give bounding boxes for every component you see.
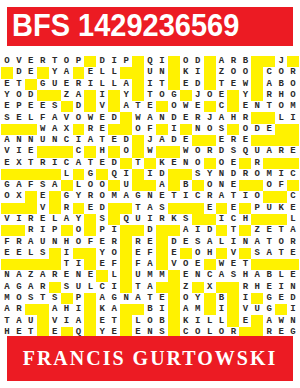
letter-cell: N xyxy=(156,112,168,123)
letter-cell: A xyxy=(49,112,61,123)
letter-cell: G xyxy=(37,79,49,90)
blocked-cell xyxy=(251,180,263,191)
letter-cell: W xyxy=(37,124,49,135)
letter-cell: H xyxy=(204,248,216,259)
letter-cell: A xyxy=(263,248,275,259)
letter-cell: E xyxy=(168,158,180,169)
blocked-cell xyxy=(120,158,132,169)
blocked-cell xyxy=(49,259,61,270)
blocked-cell xyxy=(37,146,49,157)
blocked-cell xyxy=(204,293,216,304)
letter-cell: H xyxy=(239,270,251,281)
letter-cell: F xyxy=(1,236,13,247)
letter-cell: A xyxy=(216,191,228,202)
letter-cell: E xyxy=(96,236,108,247)
blocked-cell xyxy=(144,158,156,169)
letter-cell: X xyxy=(61,124,73,135)
letter-cell: R xyxy=(37,56,49,67)
letter-cell: C xyxy=(227,214,239,225)
blocked-cell xyxy=(168,293,180,304)
letter-cell: O xyxy=(192,158,204,169)
letter-cell: I xyxy=(73,135,85,146)
blocked-cell xyxy=(227,124,239,135)
letter-cell: E xyxy=(239,135,251,146)
letter-cell: C xyxy=(192,191,204,202)
blocked-cell xyxy=(156,248,168,259)
letter-cell: A xyxy=(49,180,61,191)
letter-cell: E xyxy=(239,101,251,112)
letter-cell: V xyxy=(96,101,108,112)
blocked-cell xyxy=(216,203,228,214)
letter-cell: R xyxy=(132,236,144,247)
blocked-cell xyxy=(61,146,73,157)
letter-cell: S xyxy=(227,270,239,281)
letter-cell: N xyxy=(144,191,156,202)
letter-cell: I xyxy=(192,315,204,326)
blocked-cell xyxy=(287,158,299,169)
letter-cell: M xyxy=(144,270,156,281)
letter-cell: I xyxy=(13,214,25,225)
letter-cell: I xyxy=(61,315,73,326)
letter-cell: T xyxy=(25,158,37,169)
letter-cell: I xyxy=(84,79,96,90)
letter-cell: E xyxy=(180,112,192,123)
letter-cell: A xyxy=(287,225,299,236)
letter-cell: A xyxy=(216,112,228,123)
blocked-cell xyxy=(108,146,120,157)
blocked-cell xyxy=(156,225,168,236)
letter-cell: A xyxy=(263,79,275,90)
letter-cell: O xyxy=(239,67,251,78)
letter-cell: C xyxy=(287,191,299,202)
letter-cell: R xyxy=(37,158,49,169)
letter-cell: B xyxy=(263,270,275,281)
blocked-cell xyxy=(13,225,25,236)
letter-cell: N xyxy=(49,236,61,247)
letter-cell: G xyxy=(168,90,180,101)
letter-cell: L xyxy=(132,315,144,326)
letter-cell: I xyxy=(108,282,120,293)
blocked-cell xyxy=(263,112,275,123)
blocked-cell xyxy=(239,180,251,191)
letter-cell: D xyxy=(287,293,299,304)
letter-cell: A xyxy=(1,304,13,315)
letter-cell: O xyxy=(108,248,120,259)
letter-cell: Y xyxy=(73,214,85,225)
letter-cell: D xyxy=(156,169,168,180)
letter-cell: M xyxy=(1,293,13,304)
letter-cell: S xyxy=(49,101,61,112)
letter-cell: I xyxy=(144,79,156,90)
letter-cell: T xyxy=(1,315,13,326)
letter-cell: D xyxy=(168,135,180,146)
blocked-cell xyxy=(204,101,216,112)
letter-cell: O xyxy=(263,180,275,191)
blocked-cell xyxy=(84,214,96,225)
blocked-cell xyxy=(192,180,204,191)
letter-cell: D xyxy=(120,135,132,146)
puzzle-grid: OVERTOPDIPQIODARBJDEYAELLUNKIZOOCORETGUE… xyxy=(1,56,299,338)
letter-cell: T xyxy=(84,158,96,169)
blocked-cell xyxy=(168,304,180,315)
letter-cell: K xyxy=(96,304,108,315)
letter-cell: I xyxy=(216,304,228,315)
letter-cell: D xyxy=(204,225,216,236)
blocked-cell xyxy=(84,225,96,236)
blocked-cell xyxy=(275,158,287,169)
letter-cell: E xyxy=(84,67,96,78)
blocked-cell xyxy=(120,304,132,315)
letter-cell: E xyxy=(96,259,108,270)
blocked-cell xyxy=(168,180,180,191)
letter-cell: E xyxy=(168,248,180,259)
letter-cell: E xyxy=(61,79,73,90)
letter-cell: D xyxy=(13,67,25,78)
blocked-cell xyxy=(156,146,168,157)
blocked-cell xyxy=(263,214,275,225)
letter-cell: G xyxy=(108,293,120,304)
letter-cell: F xyxy=(275,180,287,191)
letter-cell: D xyxy=(216,146,228,157)
letter-cell: Y xyxy=(239,90,251,101)
blocked-cell xyxy=(120,203,132,214)
letter-cell: W xyxy=(84,112,96,123)
blocked-cell xyxy=(132,79,144,90)
blocked-cell xyxy=(1,124,13,135)
letter-cell: E xyxy=(180,135,192,146)
letter-cell: B xyxy=(216,293,228,304)
letter-cell: R xyxy=(61,203,73,214)
blocked-cell xyxy=(132,146,144,157)
blocked-cell xyxy=(84,146,96,157)
letter-cell: I xyxy=(120,169,132,180)
letter-cell: O xyxy=(120,146,132,157)
letter-cell: S xyxy=(192,236,204,247)
letter-cell: T xyxy=(156,79,168,90)
letter-cell: O xyxy=(275,101,287,112)
letter-cell: R xyxy=(49,270,61,281)
author-band: FRANCIS GURTOWSKI xyxy=(7,336,293,381)
letter-cell: O xyxy=(96,191,108,202)
letter-cell: D xyxy=(73,101,85,112)
blocked-cell xyxy=(204,135,216,146)
letter-cell: E xyxy=(227,203,239,214)
letter-cell: F xyxy=(37,112,49,123)
blocked-cell xyxy=(73,203,85,214)
letter-cell: O xyxy=(84,180,96,191)
letter-cell: R xyxy=(251,158,263,169)
blocked-cell xyxy=(25,169,37,180)
blocked-cell xyxy=(263,56,275,67)
letter-cell: V xyxy=(13,56,25,67)
blocked-cell xyxy=(13,169,25,180)
blocked-cell xyxy=(251,112,263,123)
letter-cell: A xyxy=(156,180,168,191)
letter-cell: E xyxy=(263,282,275,293)
letter-cell: M xyxy=(156,270,168,281)
letter-cell: I xyxy=(156,56,168,67)
letter-cell: E xyxy=(144,101,156,112)
blocked-cell xyxy=(73,248,85,259)
blocked-cell xyxy=(216,282,228,293)
blocked-cell xyxy=(132,90,144,101)
letter-cell: E xyxy=(227,158,239,169)
letter-cell: O xyxy=(192,248,204,259)
blocked-cell xyxy=(251,293,263,304)
letter-cell: J xyxy=(192,90,204,101)
letter-cell: E xyxy=(61,270,73,281)
letter-cell: T xyxy=(49,56,61,67)
blocked-cell xyxy=(13,124,25,135)
letter-cell: T xyxy=(132,203,144,214)
letter-cell: M xyxy=(192,304,204,315)
letter-cell: K xyxy=(168,214,180,225)
letter-cell: X xyxy=(204,282,216,293)
blocked-cell xyxy=(180,124,192,135)
letter-cell: O xyxy=(227,67,239,78)
blocked-cell xyxy=(25,203,37,214)
blocked-cell xyxy=(275,135,287,146)
letter-cell: E xyxy=(287,146,299,157)
letter-cell: B xyxy=(275,79,287,90)
letter-cell: Y xyxy=(120,90,132,101)
letter-cell: D xyxy=(192,79,204,90)
letter-cell: Y xyxy=(73,191,85,202)
letter-cell: A xyxy=(263,146,275,157)
letter-cell: Q xyxy=(239,146,251,157)
letter-cell: U xyxy=(120,180,132,191)
letter-cell: A xyxy=(251,236,263,247)
blocked-cell xyxy=(156,259,168,270)
blocked-cell xyxy=(180,169,192,180)
letter-cell: E xyxy=(25,101,37,112)
blocked-cell xyxy=(108,180,120,191)
letter-cell: V xyxy=(49,315,61,326)
blocked-cell xyxy=(180,248,192,259)
letter-cell: T xyxy=(132,158,144,169)
blocked-cell xyxy=(275,124,287,135)
letter-cell: E xyxy=(1,101,13,112)
letter-cell: W xyxy=(180,101,192,112)
letter-cell: O xyxy=(192,146,204,157)
letter-cell: I xyxy=(192,225,204,236)
letter-cell: Y xyxy=(192,293,204,304)
letter-cell: A xyxy=(156,135,168,146)
blocked-cell xyxy=(227,101,239,112)
letter-cell: A xyxy=(108,304,120,315)
letter-cell: D xyxy=(251,124,263,135)
letter-cell: E xyxy=(96,124,108,135)
blocked-cell xyxy=(204,79,216,90)
letter-cell: V xyxy=(61,112,73,123)
letter-cell: V xyxy=(1,214,13,225)
letter-cell: A xyxy=(25,282,37,293)
letter-cell: Y xyxy=(204,169,216,180)
blocked-cell xyxy=(287,135,299,146)
blocked-cell xyxy=(120,315,132,326)
blocked-cell xyxy=(251,67,263,78)
book-cover: BFS 1429236569 OVERTOPDIPQIODARBJDEYAELL… xyxy=(0,0,300,388)
letter-cell: O xyxy=(1,191,13,202)
letter-cell: A xyxy=(49,304,61,315)
letter-cell: G xyxy=(1,180,13,191)
letter-cell: A xyxy=(216,270,228,281)
letter-cell: I xyxy=(216,214,228,225)
letter-cell: I xyxy=(275,282,287,293)
letter-cell: C xyxy=(216,101,228,112)
blocked-cell xyxy=(120,124,132,135)
letter-cell: O xyxy=(287,79,299,90)
letter-cell: A xyxy=(144,259,156,270)
letter-cell: N xyxy=(192,124,204,135)
letter-cell: T xyxy=(37,293,49,304)
letter-cell: N xyxy=(251,101,263,112)
letter-cell: E xyxy=(108,135,120,146)
letter-cell: M xyxy=(263,169,275,180)
letter-cell: X xyxy=(13,158,25,169)
letter-cell: C xyxy=(61,135,73,146)
letter-cell: I xyxy=(73,304,85,315)
letter-cell: I xyxy=(287,112,299,123)
letter-cell: A xyxy=(180,304,192,315)
letter-cell: R xyxy=(239,282,251,293)
letter-cell: T xyxy=(132,282,144,293)
letter-cell: E xyxy=(180,270,192,281)
letter-cell: R xyxy=(37,282,49,293)
letter-cell: L xyxy=(84,282,96,293)
letter-cell: W xyxy=(144,146,156,157)
blocked-cell xyxy=(168,79,180,90)
letter-cell: N xyxy=(192,270,204,281)
blocked-cell xyxy=(49,146,61,157)
blocked-cell xyxy=(275,259,287,270)
letter-cell: L xyxy=(275,270,287,281)
letter-cell: E xyxy=(216,90,228,101)
blocked-cell xyxy=(120,282,132,293)
blocked-cell xyxy=(204,158,216,169)
letter-cell: A xyxy=(180,225,192,236)
letter-cell: T xyxy=(216,79,228,90)
letter-cell: H xyxy=(227,112,239,123)
letter-cell: L xyxy=(73,180,85,191)
letter-cell: D xyxy=(96,203,108,214)
letter-cell: S xyxy=(37,180,49,191)
blocked-cell xyxy=(108,124,120,135)
letter-cell: O xyxy=(1,56,13,67)
letter-cell: E xyxy=(1,248,13,259)
blocked-cell xyxy=(180,203,192,214)
blocked-cell xyxy=(251,135,263,146)
letter-cell: E xyxy=(287,248,299,259)
letter-cell: R xyxy=(84,191,96,202)
letter-cell: O xyxy=(180,293,192,304)
blocked-cell xyxy=(144,180,156,191)
letter-cell: T xyxy=(13,79,25,90)
letter-cell: R xyxy=(227,135,239,146)
letter-cell: E xyxy=(37,191,49,202)
blocked-cell xyxy=(84,293,96,304)
letter-cell: W xyxy=(216,259,228,270)
letter-cell: I xyxy=(13,146,25,157)
letter-cell: A xyxy=(216,56,228,67)
blocked-cell xyxy=(120,236,132,247)
blocked-cell xyxy=(251,79,263,90)
blocked-cell xyxy=(204,67,216,78)
letter-cell: A xyxy=(132,293,144,304)
letter-cell: M xyxy=(287,101,299,112)
blocked-cell xyxy=(120,248,132,259)
blocked-cell xyxy=(132,67,144,78)
blocked-cell xyxy=(192,135,204,146)
letter-cell: E xyxy=(37,214,49,225)
letter-cell: L xyxy=(108,67,120,78)
letter-cell: D xyxy=(25,90,37,101)
blocked-cell xyxy=(84,315,96,326)
letter-cell: R xyxy=(239,169,251,180)
letter-cell: E xyxy=(84,203,96,214)
letter-cell: I xyxy=(73,259,85,270)
letter-cell: N xyxy=(180,158,192,169)
blocked-cell xyxy=(49,203,61,214)
letter-cell: Q xyxy=(144,56,156,67)
letter-cell: I xyxy=(49,158,61,169)
letter-cell: O xyxy=(275,67,287,78)
letter-cell: E xyxy=(13,248,25,259)
letter-cell: R xyxy=(13,304,25,315)
blocked-cell xyxy=(239,158,251,169)
blocked-cell xyxy=(96,270,108,281)
letter-cell: A xyxy=(13,270,25,281)
blocked-cell xyxy=(37,315,49,326)
letter-cell: A xyxy=(263,315,275,326)
letter-cell: L xyxy=(61,169,73,180)
letter-cell: U xyxy=(132,214,144,225)
blocked-cell xyxy=(263,158,275,169)
letter-cell: H xyxy=(96,146,108,157)
letter-cell: P xyxy=(96,225,108,236)
blocked-cell xyxy=(73,67,85,78)
letter-cell: T xyxy=(239,259,251,270)
blocked-cell xyxy=(168,67,180,78)
letter-cell: B xyxy=(144,304,156,315)
blocked-cell xyxy=(61,293,73,304)
letter-cell: Z xyxy=(251,225,263,236)
letter-cell: A xyxy=(1,282,13,293)
letter-cell: I xyxy=(239,293,251,304)
letter-cell: P xyxy=(49,225,61,236)
letter-cell: G xyxy=(61,191,73,202)
letter-cell: U xyxy=(37,135,49,146)
letter-cell: D xyxy=(144,225,156,236)
letter-cell: O xyxy=(204,124,216,135)
blocked-cell xyxy=(73,169,85,180)
blocked-cell xyxy=(61,101,73,112)
letter-cell: E xyxy=(227,180,239,191)
letter-cell: Z xyxy=(25,270,37,281)
letter-cell: I xyxy=(61,248,73,259)
letter-cell: T xyxy=(168,191,180,202)
letter-cell: A xyxy=(251,270,263,281)
letter-cell: O xyxy=(180,259,192,270)
blocked-cell xyxy=(25,304,37,315)
letter-cell: D xyxy=(168,112,180,123)
letter-cell: R xyxy=(204,146,216,157)
letter-cell: P xyxy=(73,293,85,304)
blocked-cell xyxy=(168,169,180,180)
letter-cell: I xyxy=(96,90,108,101)
letter-cell: N xyxy=(13,135,25,146)
letter-cell: D xyxy=(192,56,204,67)
